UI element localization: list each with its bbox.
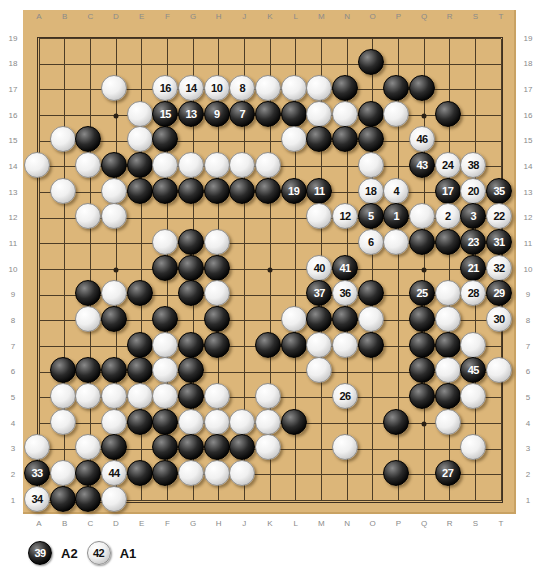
coord-label-right: 12 — [524, 214, 533, 222]
go-stone-M12 — [306, 203, 332, 229]
coord-label-top: O — [370, 13, 376, 21]
go-stone-D5 — [101, 383, 127, 409]
go-stone-O16 — [358, 101, 384, 127]
go-stone-Q14: 43 — [409, 152, 435, 178]
star-point — [422, 267, 427, 272]
go-stone-D13 — [101, 178, 127, 204]
go-stone-H9 — [204, 280, 230, 306]
go-stone-P16 — [383, 101, 409, 127]
go-stone-K16 — [255, 101, 281, 127]
go-stone-D6 — [101, 357, 127, 383]
coord-label-left: 11 — [9, 240, 17, 248]
coord-label-top: C — [87, 13, 93, 21]
go-stone-M16 — [306, 101, 332, 127]
go-stone-R8 — [435, 306, 461, 332]
caption-move2-coord: A1 — [120, 546, 137, 561]
go-stone-K5 — [255, 383, 281, 409]
go-stone-B6 — [50, 357, 76, 383]
go-stone-R2: 27 — [435, 460, 461, 486]
go-stone-S5 — [460, 383, 486, 409]
go-stone-O8 — [358, 306, 384, 332]
go-stone-B2 — [50, 460, 76, 486]
coord-label-left: 13 — [9, 189, 18, 197]
coord-label-right: 6 — [526, 368, 530, 376]
go-stone-G11 — [178, 229, 204, 255]
coord-label-right: 11 — [524, 240, 532, 248]
go-stone-G6 — [178, 357, 204, 383]
go-stone-F2 — [152, 460, 178, 486]
go-stone-C3 — [75, 434, 101, 460]
coord-label-bottom: N — [344, 520, 350, 528]
go-stone-C9 — [75, 280, 101, 306]
star-point — [114, 113, 119, 118]
go-stone-T12: 22 — [486, 203, 512, 229]
go-stone-B5 — [50, 383, 76, 409]
coord-label-top: T — [499, 13, 504, 21]
coord-label-right: 3 — [526, 445, 530, 453]
go-stone-E15 — [127, 126, 153, 152]
coord-label-left: 6 — [11, 368, 15, 376]
go-stone-G16: 13 — [178, 101, 204, 127]
go-stone-F17: 16 — [152, 75, 178, 101]
coord-label-top: G — [190, 13, 196, 21]
coord-label-left: 3 — [11, 445, 15, 453]
go-stone-G14 — [178, 152, 204, 178]
go-stone-S9: 28 — [460, 280, 486, 306]
go-stone-G2 — [178, 460, 204, 486]
go-stone-Q12 — [409, 203, 435, 229]
coord-label-top: Q — [421, 13, 427, 21]
go-stone-D1 — [101, 486, 127, 512]
go-stone-S14: 38 — [460, 152, 486, 178]
coord-label-left: 18 — [9, 60, 18, 68]
go-stone-O12: 5 — [358, 203, 384, 229]
go-stone-M10: 40 — [306, 255, 332, 281]
go-stone-Q17 — [409, 75, 435, 101]
go-stone-M15 — [306, 126, 332, 152]
go-stone-J14 — [229, 152, 255, 178]
go-stone-N3 — [332, 434, 358, 460]
coord-label-bottom: D — [113, 520, 119, 528]
coord-label-right: 13 — [524, 189, 533, 197]
go-stone-P4 — [383, 409, 409, 435]
coord-label-right: 5 — [526, 394, 530, 402]
go-diagram: 39 A2 42 A1 AABBCCDDEEFFGGHHJJKKLLMMNNOO… — [0, 0, 540, 577]
go-stone-E2 — [127, 460, 153, 486]
go-stone-M13: 11 — [306, 178, 332, 204]
coord-label-bottom: K — [267, 520, 272, 528]
go-stone-N15 — [332, 126, 358, 152]
go-stone-M6 — [306, 357, 332, 383]
coord-label-top: D — [113, 13, 119, 21]
go-stone-A14 — [24, 152, 50, 178]
coord-label-bottom: P — [396, 520, 401, 528]
coord-label-top: N — [344, 13, 350, 21]
go-stone-J3 — [229, 434, 255, 460]
go-stone-D2: 44 — [101, 460, 127, 486]
go-stone-H13 — [204, 178, 230, 204]
coord-label-right: 19 — [524, 35, 533, 43]
go-stone-C2 — [75, 460, 101, 486]
go-stone-D3 — [101, 434, 127, 460]
go-stone-M17 — [306, 75, 332, 101]
coord-label-bottom: L — [293, 520, 297, 528]
go-stone-Q15: 46 — [409, 126, 435, 152]
coord-label-left: 17 — [9, 86, 18, 94]
go-stone-F11 — [152, 229, 178, 255]
coord-label-left: 15 — [9, 137, 18, 145]
go-stone-C15 — [75, 126, 101, 152]
go-stone-Q9: 25 — [409, 280, 435, 306]
go-stone-G5 — [178, 383, 204, 409]
go-stone-H17: 10 — [204, 75, 230, 101]
go-stone-T9: 29 — [486, 280, 512, 306]
go-stone-A3 — [24, 434, 50, 460]
go-stone-J17: 8 — [229, 75, 255, 101]
go-stone-O9 — [358, 280, 384, 306]
coord-label-top: M — [318, 13, 325, 21]
go-stone-E6 — [127, 357, 153, 383]
go-stone-D17 — [101, 75, 127, 101]
go-stone-F15 — [152, 126, 178, 152]
go-stone-A1: 34 — [24, 486, 50, 512]
go-stone-S6: 45 — [460, 357, 486, 383]
go-stone-Q11 — [409, 229, 435, 255]
coord-label-bottom: R — [447, 520, 453, 528]
coord-label-right: 9 — [526, 291, 530, 299]
go-stone-K4 — [255, 409, 281, 435]
go-stone-G10 — [178, 255, 204, 281]
go-stone-O7 — [358, 332, 384, 358]
go-stone-N9: 36 — [332, 280, 358, 306]
coord-label-left: 1 — [11, 497, 15, 505]
go-stone-T8: 30 — [486, 306, 512, 332]
go-stone-E9 — [127, 280, 153, 306]
go-stone-H11 — [204, 229, 230, 255]
go-stone-Q6 — [409, 357, 435, 383]
coord-label-bottom: M — [318, 520, 325, 528]
go-stone-R4 — [435, 409, 461, 435]
coord-label-right: 17 — [524, 86, 533, 94]
go-stone-H8 — [204, 306, 230, 332]
coord-label-top: L — [293, 13, 297, 21]
coord-label-bottom: Q — [421, 520, 427, 528]
go-stone-M7 — [306, 332, 332, 358]
go-stone-R9 — [435, 280, 461, 306]
coord-label-left: 7 — [11, 343, 15, 351]
coord-label-bottom: A — [36, 520, 41, 528]
go-stone-N5: 26 — [332, 383, 358, 409]
coord-label-left: 12 — [9, 214, 18, 222]
go-stone-G3 — [178, 434, 204, 460]
coord-label-bottom: G — [190, 520, 196, 528]
go-stone-H14 — [204, 152, 230, 178]
go-stone-R5 — [435, 383, 461, 409]
go-stone-H3 — [204, 434, 230, 460]
go-stone-D12 — [101, 203, 127, 229]
go-stone-F3 — [152, 434, 178, 460]
coord-label-left: 9 — [11, 291, 15, 299]
coord-label-right: 10 — [524, 266, 533, 274]
coord-label-top: R — [447, 13, 453, 21]
go-stone-R12: 2 — [435, 203, 461, 229]
go-stone-R13: 17 — [435, 178, 461, 204]
caption-move1-coord: A2 — [61, 546, 78, 561]
go-stone-G17: 14 — [178, 75, 204, 101]
coord-label-top: E — [139, 13, 144, 21]
coord-label-bottom: F — [165, 520, 170, 528]
coord-label-right: 14 — [524, 163, 533, 171]
go-stone-E5 — [127, 383, 153, 409]
go-stone-L7 — [281, 332, 307, 358]
star-point — [268, 267, 273, 272]
go-stone-L4 — [281, 409, 307, 435]
go-stone-F6 — [152, 357, 178, 383]
go-stone-C5 — [75, 383, 101, 409]
go-stone-N7 — [332, 332, 358, 358]
go-stone-D8 — [101, 306, 127, 332]
coord-label-bottom: C — [87, 520, 93, 528]
coord-label-right: 2 — [526, 471, 530, 479]
coord-label-left: 14 — [9, 163, 18, 171]
go-stone-N8 — [332, 306, 358, 332]
go-stone-N16 — [332, 101, 358, 127]
go-stone-O15 — [358, 126, 384, 152]
go-stone-K14 — [255, 152, 281, 178]
go-stone-P17 — [383, 75, 409, 101]
go-stone-F4 — [152, 409, 178, 435]
go-stone-F16: 15 — [152, 101, 178, 127]
go-stone-P13: 4 — [383, 178, 409, 204]
coord-label-left: 10 — [9, 266, 18, 274]
caption-black-stone: 39 — [28, 541, 52, 565]
coord-label-top: K — [267, 13, 272, 21]
coord-label-left: 8 — [11, 317, 15, 325]
go-stone-O13: 18 — [358, 178, 384, 204]
go-stone-H5 — [204, 383, 230, 409]
go-stone-R16 — [435, 101, 461, 127]
go-stone-G4 — [178, 409, 204, 435]
go-stone-H7 — [204, 332, 230, 358]
go-stone-K7 — [255, 332, 281, 358]
go-stone-T11: 31 — [486, 229, 512, 255]
go-stone-R7 — [435, 332, 461, 358]
go-stone-J16: 7 — [229, 101, 255, 127]
go-stone-F14 — [152, 152, 178, 178]
go-stone-B4 — [50, 409, 76, 435]
go-stone-N12: 12 — [332, 203, 358, 229]
go-stone-B15 — [50, 126, 76, 152]
coord-label-left: 19 — [9, 35, 18, 43]
coord-label-left: 5 — [11, 394, 15, 402]
coord-label-bottom: S — [473, 520, 478, 528]
go-stone-A2: 33 — [24, 460, 50, 486]
go-stone-K13 — [255, 178, 281, 204]
go-stone-K3 — [255, 434, 281, 460]
coord-label-right: 1 — [526, 497, 530, 505]
go-stone-L17 — [281, 75, 307, 101]
go-stone-O11: 6 — [358, 229, 384, 255]
coord-label-right: 8 — [526, 317, 530, 325]
go-stone-P2 — [383, 460, 409, 486]
go-stone-S10: 21 — [460, 255, 486, 281]
go-stone-T6 — [486, 357, 512, 383]
go-stone-S7 — [460, 332, 486, 358]
go-stone-C12 — [75, 203, 101, 229]
coord-label-top: H — [216, 13, 222, 21]
coord-label-top: P — [396, 13, 401, 21]
go-stone-E4 — [127, 409, 153, 435]
coord-label-right: 4 — [526, 420, 530, 428]
go-stone-Q7 — [409, 332, 435, 358]
go-stone-L15 — [281, 126, 307, 152]
go-stone-B1 — [50, 486, 76, 512]
go-stone-E7 — [127, 332, 153, 358]
go-stone-T13: 35 — [486, 178, 512, 204]
go-stone-L16 — [281, 101, 307, 127]
coord-label-bottom: O — [370, 520, 376, 528]
go-stone-B13 — [50, 178, 76, 204]
go-stone-H2 — [204, 460, 230, 486]
coord-label-right: 7 — [526, 343, 530, 351]
go-stone-H16: 9 — [204, 101, 230, 127]
star-point — [114, 267, 119, 272]
go-stone-C8 — [75, 306, 101, 332]
go-stone-G13 — [178, 178, 204, 204]
go-stone-E16 — [127, 101, 153, 127]
go-stone-H4 — [204, 409, 230, 435]
go-stone-L13: 19 — [281, 178, 307, 204]
coord-label-bottom: J — [242, 520, 246, 528]
go-stone-J2 — [229, 460, 255, 486]
go-stone-C1 — [75, 486, 101, 512]
caption-white-stone: 42 — [87, 541, 111, 565]
go-stone-M8 — [306, 306, 332, 332]
go-stone-S13: 20 — [460, 178, 486, 204]
go-stone-F8 — [152, 306, 178, 332]
go-stone-G7 — [178, 332, 204, 358]
go-stone-S3 — [460, 434, 486, 460]
go-stone-N17 — [332, 75, 358, 101]
go-stone-H10 — [204, 255, 230, 281]
go-stone-Q5 — [409, 383, 435, 409]
coord-label-left: 4 — [11, 420, 15, 428]
go-stone-Q8 — [409, 306, 435, 332]
go-stone-E13 — [127, 178, 153, 204]
go-stone-R6 — [435, 357, 461, 383]
coord-label-left: 16 — [9, 112, 18, 120]
coord-label-top: B — [62, 13, 67, 21]
coord-label-right: 15 — [524, 137, 533, 145]
go-stone-R14: 24 — [435, 152, 461, 178]
go-stone-N10: 41 — [332, 255, 358, 281]
go-stone-G9 — [178, 280, 204, 306]
go-stone-D9 — [101, 280, 127, 306]
coord-label-bottom: T — [499, 520, 504, 528]
coord-label-bottom: H — [216, 520, 222, 528]
go-stone-O18 — [358, 49, 384, 75]
go-stone-C14 — [75, 152, 101, 178]
go-stone-M9: 37 — [306, 280, 332, 306]
coord-label-right: 16 — [524, 112, 533, 120]
go-stone-R11 — [435, 229, 461, 255]
go-stone-F10 — [152, 255, 178, 281]
coord-label-right: 18 — [524, 60, 533, 68]
coord-label-bottom: B — [62, 520, 67, 528]
go-stone-O14 — [358, 152, 384, 178]
go-stone-F5 — [152, 383, 178, 409]
go-stone-K17 — [255, 75, 281, 101]
go-stone-D4 — [101, 409, 127, 435]
go-stone-J13 — [229, 178, 255, 204]
go-stone-P12: 1 — [383, 203, 409, 229]
star-point — [422, 421, 427, 426]
go-stone-P11 — [383, 229, 409, 255]
coord-label-top: J — [242, 13, 246, 21]
coord-label-left: 2 — [11, 471, 15, 479]
star-point — [422, 113, 427, 118]
go-stone-D14 — [101, 152, 127, 178]
coord-label-top: S — [473, 13, 478, 21]
go-stone-C6 — [75, 357, 101, 383]
coord-label-top: A — [36, 13, 41, 21]
go-stone-L8 — [281, 306, 307, 332]
coord-label-bottom: E — [139, 520, 144, 528]
go-stone-T10: 32 — [486, 255, 512, 281]
go-stone-S12: 3 — [460, 203, 486, 229]
go-stone-J4 — [229, 409, 255, 435]
move-caption: 39 A2 42 A1 — [28, 540, 136, 566]
go-stone-E14 — [127, 152, 153, 178]
go-stone-S11: 23 — [460, 229, 486, 255]
go-stone-F13 — [152, 178, 178, 204]
go-stone-F7 — [152, 332, 178, 358]
coord-label-top: F — [165, 13, 170, 21]
